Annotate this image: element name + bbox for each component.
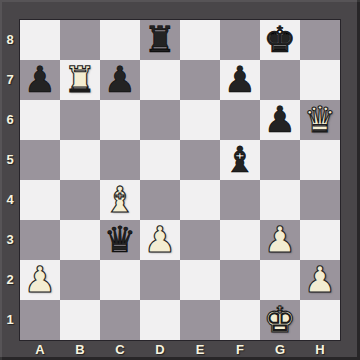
square-c2[interactable]	[100, 260, 140, 300]
square-a2[interactable]: ♟	[20, 260, 60, 300]
piece-white-bishop-c4[interactable]: ♝	[104, 180, 136, 220]
square-b4[interactable]	[60, 180, 100, 220]
square-d4[interactable]	[140, 180, 180, 220]
rank-label-1: 1	[0, 300, 20, 340]
square-d2[interactable]	[140, 260, 180, 300]
square-h8[interactable]	[300, 20, 340, 60]
square-h2[interactable]: ♟	[300, 260, 340, 300]
square-a3[interactable]	[20, 220, 60, 260]
square-b2[interactable]	[60, 260, 100, 300]
square-e5[interactable]	[180, 140, 220, 180]
square-f1[interactable]	[220, 300, 260, 340]
square-c4[interactable]: ♝	[100, 180, 140, 220]
square-h4[interactable]	[300, 180, 340, 220]
square-g4[interactable]	[260, 180, 300, 220]
square-e8[interactable]	[180, 20, 220, 60]
file-label-h: H	[300, 340, 340, 360]
piece-black-king-g8[interactable]: ♚	[264, 20, 296, 60]
square-b1[interactable]	[60, 300, 100, 340]
rank-label-5: 5	[0, 140, 20, 180]
square-a1[interactable]	[20, 300, 60, 340]
chess-board-frame: ♜♚♟♜♟♟♟♛♝♝♛♟♟♟♟♚ 87654321 ABCDEFGH	[0, 0, 360, 360]
square-f6[interactable]	[220, 100, 260, 140]
square-b3[interactable]	[60, 220, 100, 260]
square-d7[interactable]	[140, 60, 180, 100]
square-a4[interactable]	[20, 180, 60, 220]
square-a5[interactable]	[20, 140, 60, 180]
square-d5[interactable]	[140, 140, 180, 180]
square-b6[interactable]	[60, 100, 100, 140]
rank-label-6: 6	[0, 100, 20, 140]
square-c1[interactable]	[100, 300, 140, 340]
square-c6[interactable]	[100, 100, 140, 140]
file-label-d: D	[140, 340, 180, 360]
square-h7[interactable]	[300, 60, 340, 100]
square-d1[interactable]	[140, 300, 180, 340]
square-g5[interactable]	[260, 140, 300, 180]
square-g1[interactable]: ♚	[260, 300, 300, 340]
square-f7[interactable]: ♟	[220, 60, 260, 100]
file-label-b: B	[60, 340, 100, 360]
chess-board: ♜♚♟♜♟♟♟♛♝♝♛♟♟♟♟♚	[20, 20, 340, 340]
square-f5[interactable]: ♝	[220, 140, 260, 180]
square-g6[interactable]: ♟	[260, 100, 300, 140]
file-label-c: C	[100, 340, 140, 360]
file-label-g: G	[260, 340, 300, 360]
square-h1[interactable]	[300, 300, 340, 340]
square-c7[interactable]: ♟	[100, 60, 140, 100]
square-h3[interactable]	[300, 220, 340, 260]
square-d3[interactable]: ♟	[140, 220, 180, 260]
square-f2[interactable]	[220, 260, 260, 300]
square-f3[interactable]	[220, 220, 260, 260]
square-g2[interactable]	[260, 260, 300, 300]
square-b7[interactable]: ♜	[60, 60, 100, 100]
rank-label-7: 7	[0, 60, 20, 100]
piece-white-pawn-d3[interactable]: ♟	[144, 220, 176, 260]
square-e4[interactable]	[180, 180, 220, 220]
file-label-a: A	[20, 340, 60, 360]
piece-white-pawn-h2[interactable]: ♟	[304, 260, 336, 300]
square-e3[interactable]	[180, 220, 220, 260]
square-e1[interactable]	[180, 300, 220, 340]
square-g3[interactable]: ♟	[260, 220, 300, 260]
piece-white-king-g1[interactable]: ♚	[264, 300, 296, 340]
square-h5[interactable]	[300, 140, 340, 180]
rank-label-2: 2	[0, 260, 20, 300]
square-g8[interactable]: ♚	[260, 20, 300, 60]
square-g7[interactable]	[260, 60, 300, 100]
piece-black-bishop-f5[interactable]: ♝	[224, 140, 256, 180]
square-b8[interactable]	[60, 20, 100, 60]
rank-label-8: 8	[0, 20, 20, 60]
square-d8[interactable]: ♜	[140, 20, 180, 60]
square-b5[interactable]	[60, 140, 100, 180]
piece-black-pawn-a7[interactable]: ♟	[24, 60, 56, 100]
piece-white-queen-h6[interactable]: ♛	[304, 100, 336, 140]
square-f4[interactable]	[220, 180, 260, 220]
square-h6[interactable]: ♛	[300, 100, 340, 140]
square-c3[interactable]: ♛	[100, 220, 140, 260]
file-label-f: F	[220, 340, 260, 360]
file-label-e: E	[180, 340, 220, 360]
square-c5[interactable]	[100, 140, 140, 180]
square-e6[interactable]	[180, 100, 220, 140]
square-a6[interactable]	[20, 100, 60, 140]
square-a8[interactable]	[20, 20, 60, 60]
square-d6[interactable]	[140, 100, 180, 140]
rank-label-4: 4	[0, 180, 20, 220]
square-e7[interactable]	[180, 60, 220, 100]
piece-black-queen-c3[interactable]: ♛	[104, 220, 136, 260]
piece-white-rook-b7[interactable]: ♜	[64, 60, 96, 100]
piece-black-rook-d8[interactable]: ♜	[144, 20, 176, 60]
square-c8[interactable]	[100, 20, 140, 60]
piece-black-pawn-g6[interactable]: ♟	[264, 100, 296, 140]
square-e2[interactable]	[180, 260, 220, 300]
rank-label-3: 3	[0, 220, 20, 260]
square-a7[interactable]: ♟	[20, 60, 60, 100]
piece-white-pawn-g3[interactable]: ♟	[264, 220, 296, 260]
piece-black-pawn-c7[interactable]: ♟	[104, 60, 136, 100]
square-f8[interactable]	[220, 20, 260, 60]
piece-white-pawn-a2[interactable]: ♟	[24, 260, 56, 300]
piece-black-pawn-f7[interactable]: ♟	[224, 60, 256, 100]
